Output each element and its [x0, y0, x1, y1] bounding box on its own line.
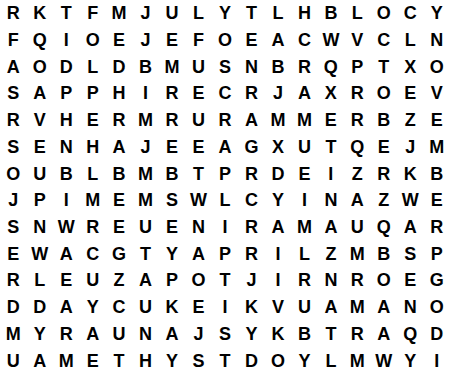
grid-cell[interactable]: P: [212, 160, 238, 187]
grid-cell[interactable]: J: [185, 321, 211, 348]
grid-cell[interactable]: O: [371, 0, 397, 27]
grid-cell[interactable]: T: [318, 321, 344, 348]
grid-cell[interactable]: A: [53, 240, 79, 267]
grid-cell[interactable]: Y: [238, 321, 264, 348]
grid-cell[interactable]: A: [238, 107, 264, 134]
grid-cell[interactable]: S: [0, 134, 26, 161]
grid-cell[interactable]: I: [265, 240, 291, 267]
grid-cell[interactable]: A: [344, 187, 370, 214]
grid-cell[interactable]: Y: [159, 240, 185, 267]
grid-cell[interactable]: T: [53, 0, 79, 27]
grid-cell[interactable]: T: [238, 0, 264, 27]
grid-cell[interactable]: L: [79, 53, 105, 80]
grid-cell[interactable]: R: [424, 214, 450, 241]
grid-cell[interactable]: O: [371, 267, 397, 294]
grid-cell[interactable]: J: [397, 134, 423, 161]
grid-cell[interactable]: S: [0, 80, 26, 107]
grid-cell[interactable]: D: [265, 160, 291, 187]
grid-cell[interactable]: C: [212, 80, 238, 107]
grid-cell[interactable]: S: [0, 214, 26, 241]
grid-cell[interactable]: R: [344, 267, 370, 294]
grid-cell[interactable]: T: [212, 267, 238, 294]
grid-cell[interactable]: V: [344, 27, 370, 54]
grid-cell[interactable]: E: [79, 107, 105, 134]
grid-cell[interactable]: K: [238, 294, 264, 321]
grid-cell[interactable]: N: [318, 187, 344, 214]
grid-cell[interactable]: S: [159, 187, 185, 214]
grid-cell[interactable]: N: [238, 53, 264, 80]
grid-cell[interactable]: O: [424, 53, 450, 80]
grid-cell[interactable]: R: [53, 321, 79, 348]
grid-cell[interactable]: G: [238, 134, 264, 161]
grid-cell[interactable]: U: [185, 53, 211, 80]
grid-cell[interactable]: M: [344, 294, 370, 321]
grid-cell[interactable]: S: [212, 53, 238, 80]
grid-cell[interactable]: U: [185, 107, 211, 134]
grid-cell[interactable]: O: [371, 80, 397, 107]
grid-cell[interactable]: C: [106, 294, 132, 321]
grid-cell[interactable]: A: [26, 347, 52, 374]
grid-cell[interactable]: B: [424, 160, 450, 187]
grid-cell[interactable]: M: [79, 187, 105, 214]
grid-cell[interactable]: K: [265, 321, 291, 348]
grid-cell[interactable]: I: [132, 80, 158, 107]
grid-cell[interactable]: A: [106, 134, 132, 161]
grid-cell[interactable]: M: [132, 187, 158, 214]
grid-cell[interactable]: R: [79, 214, 105, 241]
grid-cell[interactable]: R: [0, 267, 26, 294]
grid-cell[interactable]: L: [291, 240, 317, 267]
grid-cell[interactable]: H: [53, 107, 79, 134]
grid-cell[interactable]: W: [397, 187, 423, 214]
grid-cell[interactable]: F: [0, 27, 26, 54]
grid-cell[interactable]: U: [291, 294, 317, 321]
grid-cell[interactable]: C: [371, 27, 397, 54]
grid-cell[interactable]: L: [212, 187, 238, 214]
grid-cell[interactable]: E: [397, 267, 423, 294]
grid-cell[interactable]: B: [318, 0, 344, 27]
grid-cell[interactable]: Z: [318, 240, 344, 267]
grid-cell[interactable]: A: [159, 321, 185, 348]
grid-cell[interactable]: U: [132, 214, 158, 241]
grid-cell[interactable]: N: [397, 294, 423, 321]
grid-cell[interactable]: K: [159, 294, 185, 321]
grid-cell[interactable]: R: [344, 80, 370, 107]
grid-cell[interactable]: R: [371, 160, 397, 187]
grid-cell[interactable]: E: [424, 107, 450, 134]
grid-cell[interactable]: M: [265, 107, 291, 134]
grid-cell[interactable]: Y: [159, 347, 185, 374]
grid-cell[interactable]: W: [318, 27, 344, 54]
grid-cell[interactable]: V: [26, 107, 52, 134]
grid-cell[interactable]: B: [291, 321, 317, 348]
grid-cell[interactable]: B: [371, 107, 397, 134]
grid-cell[interactable]: E: [185, 294, 211, 321]
grid-cell[interactable]: E: [106, 27, 132, 54]
grid-cell[interactable]: A: [132, 267, 158, 294]
grid-cell[interactable]: M: [53, 347, 79, 374]
grid-cell[interactable]: P: [159, 267, 185, 294]
grid-cell[interactable]: Q: [344, 134, 370, 161]
grid-cell[interactable]: W: [185, 187, 211, 214]
grid-cell[interactable]: L: [185, 0, 211, 27]
grid-cell[interactable]: N: [132, 321, 158, 348]
grid-cell[interactable]: O: [0, 160, 26, 187]
grid-cell[interactable]: I: [265, 267, 291, 294]
grid-cell[interactable]: R: [344, 107, 370, 134]
grid-cell[interactable]: J: [132, 27, 158, 54]
grid-cell[interactable]: S: [397, 240, 423, 267]
grid-cell[interactable]: L: [344, 0, 370, 27]
grid-cell[interactable]: I: [318, 160, 344, 187]
grid-cell[interactable]: R: [238, 240, 264, 267]
grid-cell[interactable]: A: [212, 134, 238, 161]
grid-cell[interactable]: M: [106, 0, 132, 27]
grid-cell[interactable]: B: [159, 160, 185, 187]
grid-cell[interactable]: E: [185, 134, 211, 161]
grid-cell[interactable]: H: [79, 134, 105, 161]
grid-cell[interactable]: R: [238, 80, 264, 107]
grid-cell[interactable]: C: [397, 0, 423, 27]
grid-cell[interactable]: R: [159, 80, 185, 107]
grid-cell[interactable]: J: [132, 134, 158, 161]
grid-cell[interactable]: L: [79, 160, 105, 187]
grid-cell[interactable]: A: [291, 80, 317, 107]
grid-cell[interactable]: Y: [291, 347, 317, 374]
grid-cell[interactable]: A: [265, 214, 291, 241]
grid-cell[interactable]: W: [53, 214, 79, 241]
grid-cell[interactable]: R: [106, 107, 132, 134]
grid-cell[interactable]: I: [212, 214, 238, 241]
grid-cell[interactable]: A: [371, 321, 397, 348]
grid-cell[interactable]: B: [53, 160, 79, 187]
grid-cell[interactable]: Z: [371, 187, 397, 214]
grid-cell[interactable]: E: [0, 240, 26, 267]
grid-cell[interactable]: A: [53, 294, 79, 321]
grid-cell[interactable]: P: [26, 187, 52, 214]
grid-cell[interactable]: P: [79, 80, 105, 107]
grid-cell[interactable]: E: [53, 267, 79, 294]
grid-cell[interactable]: U: [344, 214, 370, 241]
grid-cell[interactable]: L: [397, 27, 423, 54]
grid-cell[interactable]: U: [0, 347, 26, 374]
grid-cell[interactable]: M: [344, 240, 370, 267]
grid-cell[interactable]: Q: [371, 214, 397, 241]
grid-cell[interactable]: M: [0, 321, 26, 348]
grid-cell[interactable]: O: [265, 347, 291, 374]
grid-cell[interactable]: Q: [397, 321, 423, 348]
grid-cell[interactable]: O: [26, 53, 52, 80]
grid-cell[interactable]: G: [106, 240, 132, 267]
grid-cell[interactable]: Z: [106, 267, 132, 294]
grid-cell[interactable]: L: [26, 267, 52, 294]
grid-cell[interactable]: I: [291, 187, 317, 214]
grid-cell[interactable]: U: [159, 0, 185, 27]
grid-cell[interactable]: P: [212, 240, 238, 267]
grid-cell[interactable]: Y: [397, 347, 423, 374]
grid-cell[interactable]: M: [132, 107, 158, 134]
grid-cell[interactable]: D: [424, 321, 450, 348]
grid-cell[interactable]: L: [318, 347, 344, 374]
grid-cell[interactable]: A: [318, 294, 344, 321]
grid-cell[interactable]: W: [371, 347, 397, 374]
grid-cell[interactable]: B: [132, 53, 158, 80]
grid-cell[interactable]: D: [26, 294, 52, 321]
grid-cell[interactable]: U: [106, 321, 132, 348]
grid-cell[interactable]: H: [291, 0, 317, 27]
grid-cell[interactable]: S: [212, 321, 238, 348]
grid-cell[interactable]: E: [185, 80, 211, 107]
grid-cell[interactable]: E: [106, 187, 132, 214]
grid-cell[interactable]: A: [26, 80, 52, 107]
grid-cell[interactable]: M: [344, 347, 370, 374]
grid-cell[interactable]: C: [291, 27, 317, 54]
grid-cell[interactable]: D: [0, 294, 26, 321]
grid-cell[interactable]: E: [238, 27, 264, 54]
grid-cell[interactable]: A: [0, 53, 26, 80]
grid-cell[interactable]: E: [397, 80, 423, 107]
grid-cell[interactable]: Y: [212, 0, 238, 27]
grid-cell[interactable]: U: [79, 267, 105, 294]
grid-cell[interactable]: J: [265, 80, 291, 107]
grid-cell[interactable]: Z: [344, 160, 370, 187]
grid-cell[interactable]: F: [79, 0, 105, 27]
grid-cell[interactable]: E: [371, 134, 397, 161]
grid-cell[interactable]: M: [132, 160, 158, 187]
grid-cell[interactable]: M: [159, 53, 185, 80]
grid-cell[interactable]: E: [159, 214, 185, 241]
word-search-grid: RKTFMJULYTLHBLOCYFQIOEJEFOEACWVCLNAODLDB…: [0, 0, 450, 374]
grid-cell[interactable]: T: [106, 347, 132, 374]
grid-cell[interactable]: R: [0, 0, 26, 27]
grid-cell[interactable]: D: [238, 347, 264, 374]
grid-cell[interactable]: U: [291, 134, 317, 161]
grid-cell[interactable]: Y: [26, 321, 52, 348]
grid-cell[interactable]: N: [26, 214, 52, 241]
grid-cell[interactable]: V: [424, 80, 450, 107]
grid-cell[interactable]: A: [265, 27, 291, 54]
grid-cell[interactable]: M: [424, 134, 450, 161]
grid-cell[interactable]: F: [185, 27, 211, 54]
grid-cell[interactable]: L: [265, 0, 291, 27]
grid-cell[interactable]: P: [424, 240, 450, 267]
grid-cell[interactable]: R: [291, 53, 317, 80]
grid-cell[interactable]: M: [291, 107, 317, 134]
grid-cell[interactable]: X: [397, 53, 423, 80]
grid-cell[interactable]: H: [106, 80, 132, 107]
grid-cell[interactable]: N: [424, 27, 450, 54]
grid-cell[interactable]: R: [159, 107, 185, 134]
grid-cell[interactable]: Y: [265, 187, 291, 214]
grid-cell[interactable]: C: [79, 240, 105, 267]
grid-cell[interactable]: Z: [397, 107, 423, 134]
grid-cell[interactable]: E: [318, 107, 344, 134]
grid-cell[interactable]: J: [132, 0, 158, 27]
grid-cell[interactable]: R: [238, 214, 264, 241]
grid-cell[interactable]: W: [26, 240, 52, 267]
word-search-page: RKTFMJULYTLHBLOCYFQIOEJEFOEACWVCLNAODLDB…: [0, 0, 450, 374]
grid-cell[interactable]: E: [159, 27, 185, 54]
grid-cell[interactable]: S: [185, 347, 211, 374]
grid-cell[interactable]: E: [106, 214, 132, 241]
grid-cell[interactable]: I: [53, 187, 79, 214]
grid-cell[interactable]: P: [344, 53, 370, 80]
grid-cell[interactable]: R: [291, 267, 317, 294]
grid-cell[interactable]: T: [318, 134, 344, 161]
grid-cell[interactable]: U: [132, 294, 158, 321]
grid-cell[interactable]: E: [26, 134, 52, 161]
grid-cell[interactable]: B: [371, 240, 397, 267]
grid-cell[interactable]: E: [159, 134, 185, 161]
grid-cell[interactable]: G: [424, 267, 450, 294]
grid-cell[interactable]: O: [212, 27, 238, 54]
grid-cell[interactable]: A: [397, 214, 423, 241]
grid-cell[interactable]: A: [318, 214, 344, 241]
grid-cell[interactable]: T: [185, 160, 211, 187]
grid-cell[interactable]: T: [132, 240, 158, 267]
grid-cell[interactable]: E: [79, 347, 105, 374]
grid-cell[interactable]: R: [344, 321, 370, 348]
grid-cell[interactable]: I: [424, 347, 450, 374]
grid-cell[interactable]: H: [132, 347, 158, 374]
grid-cell[interactable]: N: [53, 134, 79, 161]
grid-cell[interactable]: R: [0, 107, 26, 134]
grid-cell[interactable]: V: [265, 294, 291, 321]
grid-cell[interactable]: E: [291, 160, 317, 187]
grid-cell[interactable]: Y: [424, 0, 450, 27]
grid-cell[interactable]: T: [371, 53, 397, 80]
grid-cell[interactable]: J: [238, 267, 264, 294]
grid-cell[interactable]: D: [53, 53, 79, 80]
grid-cell[interactable]: A: [79, 321, 105, 348]
grid-cell[interactable]: N: [185, 214, 211, 241]
grid-cell[interactable]: P: [53, 80, 79, 107]
grid-cell[interactable]: A: [371, 294, 397, 321]
grid-cell[interactable]: I: [53, 27, 79, 54]
grid-cell[interactable]: D: [106, 53, 132, 80]
grid-cell[interactable]: C: [238, 187, 264, 214]
grid-cell[interactable]: O: [79, 27, 105, 54]
grid-cell[interactable]: K: [397, 160, 423, 187]
grid-cell[interactable]: B: [106, 160, 132, 187]
grid-cell[interactable]: Y: [79, 294, 105, 321]
grid-cell[interactable]: R: [238, 160, 264, 187]
grid-cell[interactable]: J: [0, 187, 26, 214]
grid-cell[interactable]: B: [265, 53, 291, 80]
grid-cell[interactable]: O: [185, 267, 211, 294]
grid-cell[interactable]: R: [212, 107, 238, 134]
grid-cell[interactable]: X: [318, 80, 344, 107]
grid-cell[interactable]: A: [185, 240, 211, 267]
grid-cell[interactable]: I: [212, 294, 238, 321]
grid-cell[interactable]: U: [26, 160, 52, 187]
grid-cell[interactable]: T: [212, 347, 238, 374]
grid-cell[interactable]: X: [265, 134, 291, 161]
grid-cell[interactable]: E: [424, 187, 450, 214]
grid-cell[interactable]: N: [318, 267, 344, 294]
grid-cell[interactable]: Q: [318, 53, 344, 80]
grid-cell[interactable]: M: [291, 214, 317, 241]
grid-cell[interactable]: K: [26, 0, 52, 27]
grid-cell[interactable]: Q: [26, 27, 52, 54]
grid-cell[interactable]: O: [424, 294, 450, 321]
